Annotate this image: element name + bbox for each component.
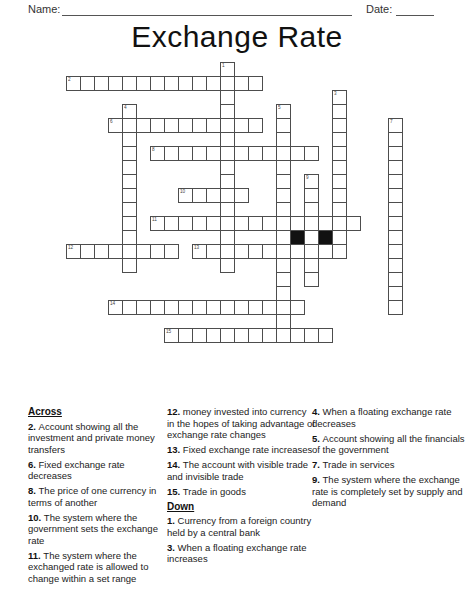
- cell-r5c19[interactable]: [332, 132, 347, 147]
- clue-num-label: 12.: [167, 406, 183, 417]
- cell-r10c19[interactable]: [332, 202, 347, 217]
- cell-r9c8[interactable]: 10: [178, 188, 193, 203]
- cell-r3c4[interactable]: 4: [122, 104, 137, 119]
- cell-r4c11[interactable]: [220, 118, 235, 133]
- clue-num-label: 7.: [312, 459, 323, 470]
- cell-r11c12[interactable]: [234, 216, 249, 231]
- cell-r11c8[interactable]: [178, 216, 193, 231]
- cell-r4c9[interactable]: [192, 118, 207, 133]
- cell-r19c7[interactable]: 15: [164, 328, 179, 343]
- clue-across-14: 14. The account with visible trade and i…: [167, 459, 315, 482]
- cell-r5c11[interactable]: [220, 132, 235, 147]
- cell-r11c11[interactable]: [220, 216, 235, 231]
- cell-r13c7[interactable]: [164, 244, 179, 259]
- cell-r9c15[interactable]: [276, 188, 291, 203]
- cell-r4c8[interactable]: [178, 118, 193, 133]
- cell-r3c15[interactable]: 5: [276, 104, 291, 119]
- cell-r7c19[interactable]: [332, 160, 347, 175]
- cell-r13c16[interactable]: [290, 244, 305, 259]
- cell-r4c12[interactable]: [234, 118, 249, 133]
- cell-r6c17[interactable]: [304, 146, 319, 161]
- cell-r17c13[interactable]: [248, 300, 263, 315]
- cell-r6c13[interactable]: [248, 146, 263, 161]
- cell-r6c11[interactable]: [220, 146, 235, 161]
- cell-r4c15[interactable]: [276, 118, 291, 133]
- clue-down-7: 7. Trade in services: [312, 459, 467, 471]
- cell-r6c15[interactable]: [276, 146, 291, 161]
- cell-r4c10[interactable]: [206, 118, 221, 133]
- cell-r4c23[interactable]: 7: [388, 118, 403, 133]
- clue-down-3: 3. When a floating exchange rate increas…: [167, 542, 315, 565]
- clue-across-11: 11. The system where the exchanged rate …: [28, 550, 168, 585]
- cell-r17c15[interactable]: [276, 300, 291, 315]
- clue-number-12: 12: [68, 245, 73, 250]
- cell-r1c2[interactable]: [94, 76, 109, 91]
- date-blank-line: [396, 15, 434, 16]
- cell-r2c19[interactable]: 3: [332, 90, 347, 105]
- cell-r1c8[interactable]: [178, 76, 193, 91]
- cell-r8c23[interactable]: [388, 174, 403, 189]
- cell-r13c19[interactable]: [332, 244, 347, 259]
- cell-r11c15[interactable]: [276, 216, 291, 231]
- cell-r19c18[interactable]: [318, 328, 333, 343]
- cell-r13c13[interactable]: [248, 244, 263, 259]
- cell-r4c3[interactable]: 6: [108, 118, 123, 133]
- across-header: Across: [28, 406, 168, 418]
- clue-number-1: 1: [222, 63, 225, 68]
- cell-r8c17[interactable]: 9: [304, 174, 319, 189]
- cell-r8c19[interactable]: [332, 174, 347, 189]
- cell-r1c4[interactable]: [122, 76, 137, 91]
- cell-r11c4[interactable]: [122, 216, 137, 231]
- cell-r5c15[interactable]: [276, 132, 291, 147]
- cell-r17c16[interactable]: [290, 300, 305, 315]
- cell-r11c10[interactable]: [206, 216, 221, 231]
- clue-num-label: 9.: [312, 474, 323, 485]
- cell-r14c11[interactable]: [220, 258, 235, 273]
- cell-r13c12[interactable]: [234, 244, 249, 259]
- cell-r0c11[interactable]: 1: [220, 62, 235, 77]
- clue-across-13: 13. Fixed exchange rate increases: [167, 444, 315, 456]
- cell-r19c16[interactable]: [290, 328, 305, 343]
- clue-down-1: 1. Currency from a foreign country held …: [167, 515, 315, 538]
- cell-r17c5[interactable]: [136, 300, 151, 315]
- clue-num-label: 15.: [167, 486, 183, 497]
- cell-r19c10[interactable]: [206, 328, 221, 343]
- cell-r17c4[interactable]: [122, 300, 137, 315]
- cell-r19c17[interactable]: [304, 328, 319, 343]
- cell-r9c11[interactable]: [220, 188, 235, 203]
- clue-num-label: 3.: [167, 542, 178, 553]
- cell-r17c9[interactable]: [192, 300, 207, 315]
- cell-r11c6[interactable]: 11: [150, 216, 165, 231]
- clue-number-5: 5: [278, 105, 281, 110]
- clue-across-12: 12. money invested into currency in the …: [167, 406, 315, 441]
- clue-number-13: 13: [194, 245, 199, 250]
- cell-r12c4[interactable]: [122, 230, 137, 245]
- cell-r13c2[interactable]: [94, 244, 109, 259]
- cell-r11c17[interactable]: [304, 216, 319, 231]
- cell-r19c8[interactable]: [178, 328, 193, 343]
- black-cell-r12c18: [318, 230, 333, 245]
- clue-down-9: 9. The system where the exchange rate is…: [312, 474, 467, 509]
- clue-num-label: 11.: [28, 550, 43, 561]
- cell-r1c11[interactable]: [220, 76, 235, 91]
- clue-num-label: 2.: [28, 421, 39, 432]
- cell-r1c1[interactable]: [80, 76, 95, 91]
- clue-across-8: 8. The price of one currency in terms of…: [28, 485, 168, 508]
- cell-r12c23[interactable]: [388, 230, 403, 245]
- cell-r17c12[interactable]: [234, 300, 249, 315]
- clue-number-9: 9: [306, 175, 309, 180]
- cell-r13c11[interactable]: [220, 244, 235, 259]
- cell-r11c7[interactable]: [164, 216, 179, 231]
- cell-r19c12[interactable]: [234, 328, 249, 343]
- clue-across-6: 6. Fixed exchange rate decreases: [28, 459, 168, 482]
- clue-across-10: 10. The system where the government sets…: [28, 512, 168, 547]
- cell-r11c18[interactable]: [318, 216, 333, 231]
- cell-r10c17[interactable]: [304, 202, 319, 217]
- cell-r1c6[interactable]: [150, 76, 165, 91]
- cell-r13c3[interactable]: [108, 244, 123, 259]
- cell-r4c6[interactable]: [150, 118, 165, 133]
- cell-r12c19[interactable]: [332, 230, 347, 245]
- cell-r6c8[interactable]: [178, 146, 193, 161]
- name-label: Name:: [28, 3, 60, 15]
- cell-r17c14[interactable]: [262, 300, 277, 315]
- clue-column-1: Across 2. Account showing all the invest…: [28, 406, 168, 588]
- page-title: Exchange Rate: [0, 20, 474, 54]
- cell-r6c7[interactable]: [164, 146, 179, 161]
- cell-r17c6[interactable]: [150, 300, 165, 315]
- clue-number-14: 14: [110, 301, 115, 306]
- cell-r14c15[interactable]: [276, 258, 291, 273]
- cell-r1c0[interactable]: 2: [66, 76, 81, 91]
- cell-r17c8[interactable]: [178, 300, 193, 315]
- clue-column-3: 4. When a floating exchange rate decreas…: [312, 406, 467, 512]
- cell-r9c19[interactable]: [332, 188, 347, 203]
- cell-r13c17[interactable]: [304, 244, 319, 259]
- cell-r13c6[interactable]: [150, 244, 165, 259]
- cell-r11c13[interactable]: [248, 216, 263, 231]
- cell-r6c23[interactable]: [388, 146, 403, 161]
- cell-r13c1[interactable]: [80, 244, 95, 259]
- cell-r1c10[interactable]: [206, 76, 221, 91]
- clue-num-label: 1.: [167, 515, 178, 526]
- cell-r6c19[interactable]: [332, 146, 347, 161]
- cell-r6c4[interactable]: [122, 146, 137, 161]
- cell-r12c17[interactable]: [304, 230, 319, 245]
- clue-num-label: 4.: [312, 406, 323, 417]
- clue-column-2: 12. money invested into currency in the …: [167, 406, 315, 568]
- cell-r8c15[interactable]: [276, 174, 291, 189]
- clue-num-label: 8.: [28, 485, 39, 496]
- clue-number-2: 2: [68, 77, 71, 82]
- clue-number-3: 3: [334, 91, 337, 96]
- clue-across-15: 15. Trade in goods: [167, 486, 315, 498]
- cell-r13c14[interactable]: [262, 244, 277, 259]
- cell-r1c3[interactable]: [108, 76, 123, 91]
- cell-r13c5[interactable]: [136, 244, 151, 259]
- cell-r6c9[interactable]: [192, 146, 207, 161]
- cell-r5c23[interactable]: [388, 132, 403, 147]
- clue-down-5: 5. Account showing all the financials of…: [312, 433, 467, 456]
- worksheet-header: Name: Date:: [0, 3, 474, 19]
- clue-across-2: 2. Account showing all the investment an…: [28, 421, 168, 456]
- cell-r17c7[interactable]: [164, 300, 179, 315]
- down-header: Down: [167, 501, 315, 513]
- cell-r14c17[interactable]: [304, 258, 319, 273]
- cell-r5c4[interactable]: [122, 132, 137, 147]
- cell-r12c11[interactable]: [220, 230, 235, 245]
- clue-num-label: 5.: [312, 433, 323, 444]
- clue-number-10: 10: [180, 189, 185, 194]
- cell-r6c6[interactable]: 8: [150, 146, 165, 161]
- cell-r19c9[interactable]: [192, 328, 207, 343]
- cell-r6c16[interactable]: [290, 146, 305, 161]
- cell-r4c7[interactable]: [164, 118, 179, 133]
- cell-r1c13[interactable]: [248, 76, 263, 91]
- cell-r9c17[interactable]: [304, 188, 319, 203]
- worksheet: Name: Date: Exchange Rate 12345678910111…: [0, 0, 474, 613]
- black-cell-r12c16: [290, 230, 305, 245]
- cell-r13c18[interactable]: [318, 244, 333, 259]
- cell-r12c15[interactable]: [276, 230, 291, 245]
- cell-r15c23[interactable]: [388, 272, 403, 287]
- clue-num-label: 6.: [28, 459, 39, 470]
- cell-r11c16[interactable]: [290, 216, 305, 231]
- cell-r10c15[interactable]: [276, 202, 291, 217]
- cell-r4c5[interactable]: [136, 118, 151, 133]
- cell-r2c11[interactable]: [220, 90, 235, 105]
- cell-r6c12[interactable]: [234, 146, 249, 161]
- cell-r9c10[interactable]: [206, 188, 221, 203]
- clue-down-4: 4. When a floating exchange rate decreas…: [312, 406, 467, 429]
- cell-r9c23[interactable]: [388, 188, 403, 203]
- cell-r15c17[interactable]: [304, 272, 319, 287]
- cell-r7c4[interactable]: [122, 160, 137, 175]
- cell-r13c9[interactable]: 13: [192, 244, 207, 259]
- cell-r1c7[interactable]: [164, 76, 179, 91]
- cell-r6c14[interactable]: [262, 146, 277, 161]
- cell-r11c23[interactable]: [388, 216, 403, 231]
- cell-r19c11[interactable]: [220, 328, 235, 343]
- cell-r4c4[interactable]: [122, 118, 137, 133]
- cell-r17c3[interactable]: 14: [108, 300, 123, 315]
- cell-r10c11[interactable]: [220, 202, 235, 217]
- cell-r8c4[interactable]: [122, 174, 137, 189]
- cell-r3c11[interactable]: [220, 104, 235, 119]
- cell-r8c11[interactable]: [220, 174, 235, 189]
- crossword-grid: 123456789101112131415: [66, 62, 404, 344]
- cell-r14c23[interactable]: [388, 258, 403, 273]
- cell-r11c19[interactable]: [332, 216, 347, 231]
- clue-num-label: 13.: [167, 444, 183, 455]
- cell-r17c11[interactable]: [220, 300, 235, 315]
- cell-r3c19[interactable]: [332, 104, 347, 119]
- clue-number-8: 8: [152, 147, 155, 152]
- clue-number-4: 4: [124, 105, 127, 110]
- cell-r16c23[interactable]: [388, 286, 403, 301]
- clue-number-15: 15: [166, 329, 171, 334]
- clue-number-7: 7: [390, 119, 393, 124]
- cell-r17c10[interactable]: [206, 300, 221, 315]
- cell-r13c4[interactable]: [122, 244, 137, 259]
- cell-r1c9[interactable]: [192, 76, 207, 91]
- clue-number-11: 11: [152, 217, 157, 222]
- name-blank-line: [62, 15, 352, 16]
- cell-r13c0[interactable]: 12: [66, 244, 81, 259]
- cell-r9c4[interactable]: [122, 188, 137, 203]
- date-label: Date:: [366, 3, 392, 15]
- cell-r19c15[interactable]: [276, 328, 291, 343]
- cell-r9c9[interactable]: [192, 188, 207, 203]
- cell-r17c23[interactable]: [388, 300, 403, 315]
- cell-r13c15[interactable]: [276, 244, 291, 259]
- cell-r11c20[interactable]: [346, 216, 361, 231]
- cell-r4c13[interactable]: [248, 118, 263, 133]
- cell-r14c4[interactable]: [122, 258, 137, 273]
- clue-num-label: 14.: [167, 459, 183, 470]
- cell-r1c5[interactable]: [136, 76, 151, 91]
- cell-r19c13[interactable]: [248, 328, 263, 343]
- cell-r13c10[interactable]: [206, 244, 221, 259]
- clue-num-label: 10.: [28, 512, 44, 523]
- cell-r9c12[interactable]: [234, 188, 249, 203]
- cell-r10c4[interactable]: [122, 202, 137, 217]
- cell-r10c23[interactable]: [388, 202, 403, 217]
- cell-r4c19[interactable]: [332, 118, 347, 133]
- cell-r7c11[interactable]: [220, 160, 235, 175]
- cell-r15c15[interactable]: [276, 272, 291, 287]
- cell-r11c14[interactable]: [262, 216, 277, 231]
- cell-r16c15[interactable]: [276, 286, 291, 301]
- clue-number-6: 6: [110, 119, 113, 124]
- cell-r19c14[interactable]: [262, 328, 277, 343]
- cell-r13c23[interactable]: [388, 244, 403, 259]
- cell-r7c23[interactable]: [388, 160, 403, 175]
- cell-r18c15[interactable]: [276, 314, 291, 329]
- cell-r11c9[interactable]: [192, 216, 207, 231]
- cell-r6c10[interactable]: [206, 146, 221, 161]
- cell-r1c12[interactable]: [234, 76, 249, 91]
- cell-r7c15[interactable]: [276, 160, 291, 175]
